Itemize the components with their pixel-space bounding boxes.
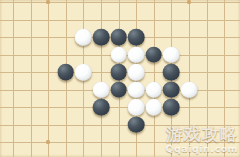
black-stone (146, 46, 163, 63)
black-stone (163, 81, 180, 98)
black-stone (93, 29, 110, 46)
grid-line-vertical (189, 0, 190, 157)
black-stone (93, 99, 110, 116)
white-stone (146, 81, 163, 98)
gomoku-board[interactable] (0, 0, 240, 157)
white-stone (93, 81, 110, 98)
white-stone (128, 99, 145, 116)
white-stone (163, 46, 180, 63)
grid-line-horizontal (0, 2, 240, 3)
white-stone (146, 99, 163, 116)
grid-line-horizontal (0, 125, 240, 126)
star-point-marker (187, 0, 191, 4)
white-stone (128, 46, 145, 63)
black-stone (110, 29, 127, 46)
black-stone (128, 116, 145, 133)
grid-line-vertical (224, 0, 225, 157)
white-stone (75, 29, 92, 46)
white-stone (75, 64, 92, 81)
black-stone (163, 99, 180, 116)
grid-line-vertical (207, 0, 208, 157)
gomoku-screenshot: 游戏攻略 Qqaiqin.com (0, 0, 240, 157)
black-stone (163, 64, 180, 81)
black-stone (128, 29, 145, 46)
white-stone (181, 81, 198, 98)
grid-line-vertical (48, 0, 49, 157)
white-stone (128, 81, 145, 98)
white-stone (128, 64, 145, 81)
black-stone (58, 64, 75, 81)
black-stone (110, 64, 127, 81)
grid-line-vertical (101, 0, 102, 157)
star-point-marker (46, 140, 50, 144)
star-point-marker (46, 0, 50, 4)
white-stone (110, 46, 127, 63)
grid-line-vertical (31, 0, 32, 157)
grid-line-vertical (154, 0, 155, 157)
grid-line-horizontal (0, 142, 240, 143)
grid-line-vertical (13, 0, 14, 157)
black-stone (110, 81, 127, 98)
grid-line-horizontal (0, 20, 240, 21)
grid-line-horizontal (0, 107, 240, 108)
